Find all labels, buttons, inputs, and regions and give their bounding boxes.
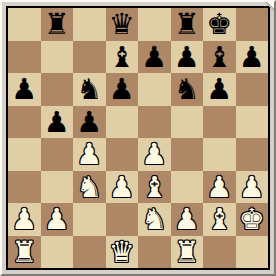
chess-board-window: ♜♛♜♚♝♟♟♝♟♟♞♟♞♟♟♟♟♟♞♟♝♟♟♟♟♞♟♝♚♜♛♜ — [0, 0, 276, 276]
square-d6[interactable]: ♟ — [106, 73, 139, 106]
square-d5[interactable] — [106, 106, 139, 139]
square-g3[interactable]: ♟ — [203, 171, 236, 204]
black-pawn[interactable]: ♟ — [109, 73, 135, 106]
black-rook[interactable]: ♜ — [44, 8, 70, 41]
square-b8[interactable]: ♜ — [41, 8, 74, 41]
white-pawn[interactable]: ♟ — [44, 203, 70, 236]
white-pawn[interactable]: ♟ — [174, 203, 200, 236]
white-king[interactable]: ♚ — [239, 203, 265, 236]
square-c2[interactable] — [73, 203, 106, 236]
square-a8[interactable] — [8, 8, 41, 41]
square-f1[interactable]: ♜ — [171, 236, 204, 269]
black-queen[interactable]: ♛ — [109, 8, 135, 41]
white-rook[interactable]: ♜ — [174, 236, 200, 269]
square-a1[interactable]: ♜ — [8, 236, 41, 269]
square-b6[interactable] — [41, 73, 74, 106]
square-b5[interactable]: ♟ — [41, 106, 74, 139]
square-b2[interactable]: ♟ — [41, 203, 74, 236]
black-bishop[interactable]: ♝ — [206, 41, 232, 74]
white-pawn[interactable]: ♟ — [109, 171, 135, 204]
square-e7[interactable]: ♟ — [138, 41, 171, 74]
square-f7[interactable]: ♟ — [171, 41, 204, 74]
white-rook[interactable]: ♜ — [11, 236, 37, 269]
square-a4[interactable] — [8, 138, 41, 171]
square-g6[interactable]: ♟ — [203, 73, 236, 106]
white-pawn[interactable]: ♟ — [239, 171, 265, 204]
white-bishop[interactable]: ♝ — [206, 203, 232, 236]
chess-board: ♜♛♜♚♝♟♟♝♟♟♞♟♞♟♟♟♟♟♞♟♝♟♟♟♟♞♟♝♚♜♛♜ — [6, 6, 270, 270]
square-g4[interactable] — [203, 138, 236, 171]
square-c5[interactable]: ♟ — [73, 106, 106, 139]
white-pawn[interactable]: ♟ — [11, 203, 37, 236]
white-pawn[interactable]: ♟ — [141, 138, 167, 171]
square-e5[interactable] — [138, 106, 171, 139]
square-b1[interactable] — [41, 236, 74, 269]
square-c8[interactable] — [73, 8, 106, 41]
square-c4[interactable]: ♟ — [73, 138, 106, 171]
square-c6[interactable]: ♞ — [73, 73, 106, 106]
square-g1[interactable] — [203, 236, 236, 269]
square-d4[interactable] — [106, 138, 139, 171]
square-a7[interactable] — [8, 41, 41, 74]
square-e3[interactable]: ♝ — [138, 171, 171, 204]
square-d8[interactable]: ♛ — [106, 8, 139, 41]
square-b3[interactable] — [41, 171, 74, 204]
square-h4[interactable] — [236, 138, 269, 171]
black-pawn[interactable]: ♟ — [174, 41, 200, 74]
square-e4[interactable]: ♟ — [138, 138, 171, 171]
black-knight[interactable]: ♞ — [76, 73, 102, 106]
square-g2[interactable]: ♝ — [203, 203, 236, 236]
square-h8[interactable] — [236, 8, 269, 41]
black-knight[interactable]: ♞ — [174, 73, 200, 106]
black-king[interactable]: ♚ — [206, 8, 232, 41]
square-h7[interactable]: ♟ — [236, 41, 269, 74]
square-h1[interactable] — [236, 236, 269, 269]
black-bishop[interactable]: ♝ — [109, 41, 135, 74]
square-h5[interactable] — [236, 106, 269, 139]
square-h2[interactable]: ♚ — [236, 203, 269, 236]
white-knight[interactable]: ♞ — [141, 203, 167, 236]
square-f3[interactable] — [171, 171, 204, 204]
square-g8[interactable]: ♚ — [203, 8, 236, 41]
square-e1[interactable] — [138, 236, 171, 269]
square-a3[interactable] — [8, 171, 41, 204]
square-f2[interactable]: ♟ — [171, 203, 204, 236]
black-rook[interactable]: ♜ — [174, 8, 200, 41]
square-e8[interactable] — [138, 8, 171, 41]
square-b4[interactable] — [41, 138, 74, 171]
square-d1[interactable]: ♛ — [106, 236, 139, 269]
square-f4[interactable] — [171, 138, 204, 171]
square-b7[interactable] — [41, 41, 74, 74]
square-e2[interactable]: ♞ — [138, 203, 171, 236]
square-d2[interactable] — [106, 203, 139, 236]
white-knight[interactable]: ♞ — [76, 171, 102, 204]
square-h6[interactable] — [236, 73, 269, 106]
black-pawn[interactable]: ♟ — [206, 73, 232, 106]
black-pawn[interactable]: ♟ — [76, 106, 102, 139]
white-pawn[interactable]: ♟ — [206, 171, 232, 204]
white-pawn[interactable]: ♟ — [76, 138, 102, 171]
square-d7[interactable]: ♝ — [106, 41, 139, 74]
square-c3[interactable]: ♞ — [73, 171, 106, 204]
square-f5[interactable] — [171, 106, 204, 139]
black-pawn[interactable]: ♟ — [11, 73, 37, 106]
square-a2[interactable]: ♟ — [8, 203, 41, 236]
square-g5[interactable] — [203, 106, 236, 139]
square-f8[interactable]: ♜ — [171, 8, 204, 41]
square-g7[interactable]: ♝ — [203, 41, 236, 74]
white-queen[interactable]: ♛ — [109, 236, 135, 269]
black-pawn[interactable]: ♟ — [141, 41, 167, 74]
square-c7[interactable] — [73, 41, 106, 74]
black-pawn[interactable]: ♟ — [44, 106, 70, 139]
square-a6[interactable]: ♟ — [8, 73, 41, 106]
black-pawn[interactable]: ♟ — [239, 41, 265, 74]
white-bishop[interactable]: ♝ — [141, 171, 167, 204]
square-c1[interactable] — [73, 236, 106, 269]
square-a5[interactable] — [8, 106, 41, 139]
square-f6[interactable]: ♞ — [171, 73, 204, 106]
square-h3[interactable]: ♟ — [236, 171, 269, 204]
square-d3[interactable]: ♟ — [106, 171, 139, 204]
square-e6[interactable] — [138, 73, 171, 106]
